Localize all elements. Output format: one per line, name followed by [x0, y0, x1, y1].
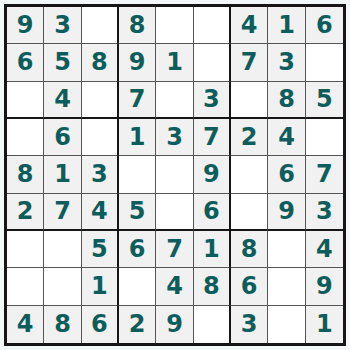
cell-r4-c7[interactable]: 2 — [231, 119, 268, 156]
cell-r9-c8[interactable] — [268, 306, 305, 343]
cell-r7-c4[interactable]: 6 — [119, 231, 156, 268]
cell-r6-c2[interactable]: 7 — [44, 194, 81, 231]
cell-r1-c1[interactable]: 9 — [7, 7, 44, 44]
cell-r8-c3[interactable]: 1 — [82, 268, 119, 305]
cell-r5-c9[interactable]: 7 — [306, 156, 343, 193]
cell-r4-c5[interactable]: 3 — [156, 119, 193, 156]
cell-r3-c3[interactable] — [82, 82, 119, 119]
cell-r7-c8[interactable] — [268, 231, 305, 268]
cell-r1-c4[interactable]: 8 — [119, 7, 156, 44]
cell-r9-c5[interactable]: 9 — [156, 306, 193, 343]
cell-r8-c9[interactable]: 9 — [306, 268, 343, 305]
cell-r3-c7[interactable] — [231, 82, 268, 119]
cell-r2-c8[interactable]: 3 — [268, 44, 305, 81]
cell-r9-c6[interactable] — [194, 306, 231, 343]
cell-r2-c7[interactable]: 7 — [231, 44, 268, 81]
cell-r8-c4[interactable] — [119, 268, 156, 305]
cell-r5-c2[interactable]: 1 — [44, 156, 81, 193]
cell-r9-c1[interactable]: 4 — [7, 306, 44, 343]
cell-r2-c1[interactable]: 6 — [7, 44, 44, 81]
cell-r6-c8[interactable]: 9 — [268, 194, 305, 231]
cell-r3-c8[interactable]: 8 — [268, 82, 305, 119]
cell-r8-c1[interactable] — [7, 268, 44, 305]
cell-r9-c3[interactable]: 6 — [82, 306, 119, 343]
cell-r3-c1[interactable] — [7, 82, 44, 119]
cell-r7-c5[interactable]: 7 — [156, 231, 193, 268]
cell-r3-c2[interactable]: 4 — [44, 82, 81, 119]
cell-r6-c3[interactable]: 4 — [82, 194, 119, 231]
cell-r8-c6[interactable]: 8 — [194, 268, 231, 305]
cell-r2-c3[interactable]: 8 — [82, 44, 119, 81]
cell-r1-c3[interactable] — [82, 7, 119, 44]
cell-r8-c7[interactable]: 6 — [231, 268, 268, 305]
cell-r4-c4[interactable]: 1 — [119, 119, 156, 156]
cell-r2-c2[interactable]: 5 — [44, 44, 81, 81]
cell-r1-c9[interactable]: 6 — [306, 7, 343, 44]
cell-r7-c3[interactable]: 5 — [82, 231, 119, 268]
cell-r5-c6[interactable]: 9 — [194, 156, 231, 193]
cell-r9-c9[interactable]: 1 — [306, 306, 343, 343]
cell-r7-c1[interactable] — [7, 231, 44, 268]
cell-r5-c1[interactable]: 8 — [7, 156, 44, 193]
cell-r1-c6[interactable] — [194, 7, 231, 44]
cell-r7-c7[interactable]: 8 — [231, 231, 268, 268]
cell-r9-c4[interactable]: 2 — [119, 306, 156, 343]
cell-r6-c6[interactable]: 6 — [194, 194, 231, 231]
cell-r4-c3[interactable] — [82, 119, 119, 156]
cell-r4-c9[interactable] — [306, 119, 343, 156]
cell-r9-c2[interactable]: 8 — [44, 306, 81, 343]
cell-r6-c7[interactable] — [231, 194, 268, 231]
cell-r7-c6[interactable]: 1 — [194, 231, 231, 268]
cell-r3-c5[interactable] — [156, 82, 193, 119]
cell-r5-c8[interactable]: 6 — [268, 156, 305, 193]
cell-r6-c1[interactable]: 2 — [7, 194, 44, 231]
cell-r1-c2[interactable]: 3 — [44, 7, 81, 44]
cell-r5-c3[interactable]: 3 — [82, 156, 119, 193]
cell-r3-c4[interactable]: 7 — [119, 82, 156, 119]
cell-r4-c8[interactable]: 4 — [268, 119, 305, 156]
sudoku-board: 9384166589173473856137248139672745693567… — [4, 4, 346, 346]
cell-r2-c9[interactable] — [306, 44, 343, 81]
cell-r6-c5[interactable] — [156, 194, 193, 231]
cell-r5-c4[interactable] — [119, 156, 156, 193]
cell-r1-c7[interactable]: 4 — [231, 7, 268, 44]
cell-r6-c4[interactable]: 5 — [119, 194, 156, 231]
cell-r8-c5[interactable]: 4 — [156, 268, 193, 305]
cell-r4-c2[interactable]: 6 — [44, 119, 81, 156]
cell-r6-c9[interactable]: 3 — [306, 194, 343, 231]
cell-r1-c5[interactable] — [156, 7, 193, 44]
cell-r4-c6[interactable]: 7 — [194, 119, 231, 156]
cell-r1-c8[interactable]: 1 — [268, 7, 305, 44]
cell-r4-c1[interactable] — [7, 119, 44, 156]
cell-r8-c8[interactable] — [268, 268, 305, 305]
cell-r5-c7[interactable] — [231, 156, 268, 193]
cell-r7-c9[interactable]: 4 — [306, 231, 343, 268]
page-background: 9384166589173473856137248139672745693567… — [0, 0, 350, 350]
cell-r3-c9[interactable]: 5 — [306, 82, 343, 119]
cell-r5-c5[interactable] — [156, 156, 193, 193]
cell-r3-c6[interactable]: 3 — [194, 82, 231, 119]
cell-r2-c5[interactable]: 1 — [156, 44, 193, 81]
cell-r7-c2[interactable] — [44, 231, 81, 268]
cell-r2-c4[interactable]: 9 — [119, 44, 156, 81]
cell-r9-c7[interactable]: 3 — [231, 306, 268, 343]
cell-r8-c2[interactable] — [44, 268, 81, 305]
cell-r2-c6[interactable] — [194, 44, 231, 81]
